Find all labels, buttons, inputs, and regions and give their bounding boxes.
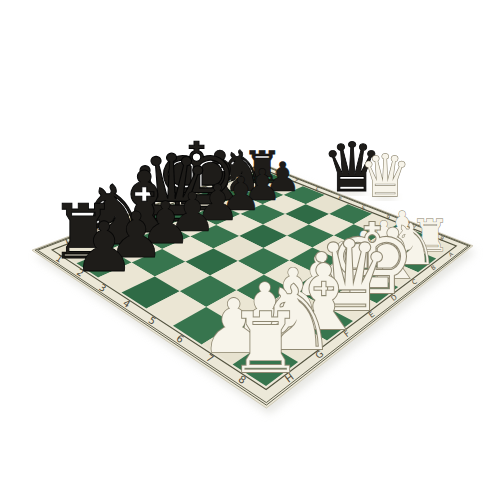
spare-queen-white: ♛	[359, 142, 411, 210]
piece-black-pawn-h2: ♟	[73, 207, 135, 287]
chess-board: 1122334455667788AABBCCDDEEFFGGHH♜♟♛♞♛♟♝♟…	[0, 0, 500, 500]
chess-set-photo: 1122334455667788AABBCCDDEEFFGGHH♜♟♛♞♛♟♝♟…	[0, 0, 500, 500]
piece-white-rook-h8: ♜	[228, 295, 303, 392]
